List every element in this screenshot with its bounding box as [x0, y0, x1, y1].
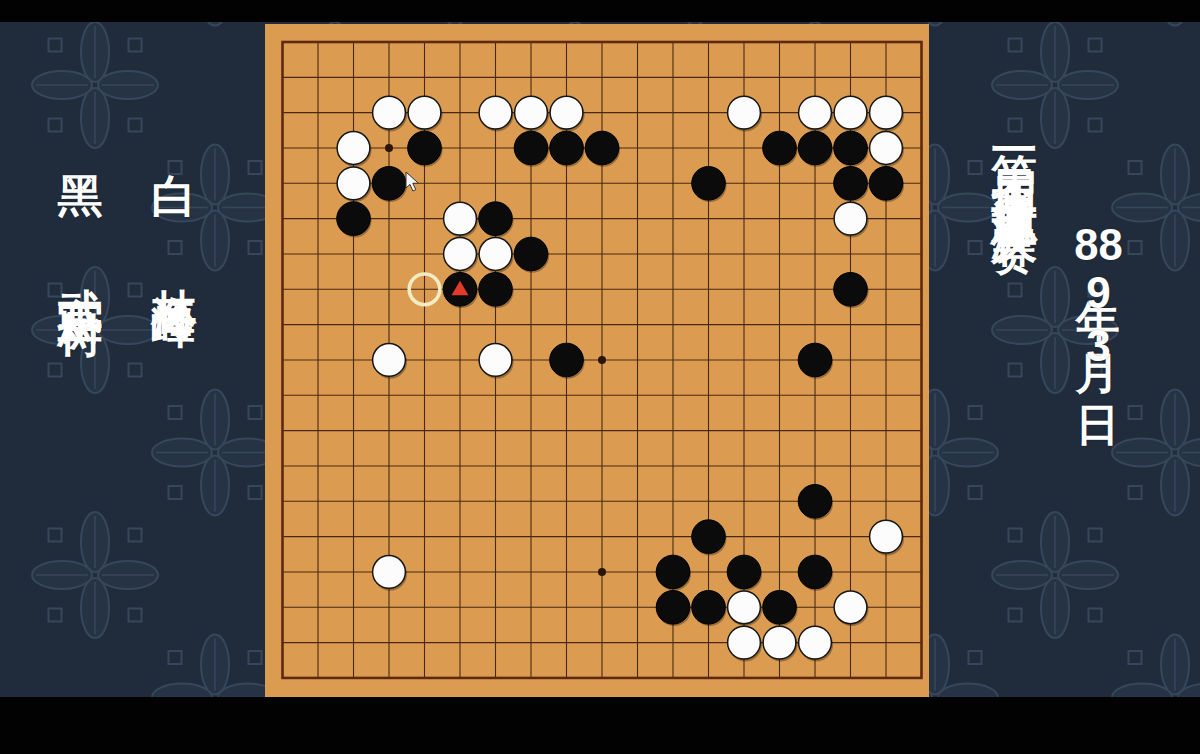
pattern-flower: [152, 390, 278, 516]
black-stone: [479, 273, 513, 307]
black-stone: [337, 202, 371, 236]
black-stone: [514, 237, 548, 271]
black-stone: [692, 167, 726, 201]
mouse-cursor-icon: [405, 171, 423, 195]
black-stone: [798, 131, 832, 165]
white-stone: [337, 132, 370, 165]
white-stone: [870, 132, 903, 165]
black-stone: [479, 202, 513, 236]
white-stone: [373, 556, 406, 589]
event-date-part: 9: [1074, 268, 1123, 319]
black-stone: [692, 590, 726, 624]
white-stone: [550, 96, 583, 129]
white-stone: [444, 202, 477, 235]
white-stone: [479, 96, 512, 129]
black-stone: [656, 555, 690, 589]
letterbox-bottom: [0, 697, 1200, 754]
black-stone: [585, 131, 619, 165]
black-stone: [550, 131, 584, 165]
white-stone: [408, 96, 441, 129]
pattern-flower: [992, 512, 1118, 638]
black-stone: [834, 167, 868, 201]
black-stone: [763, 131, 797, 165]
black-stone: [798, 555, 832, 589]
white-stone: [834, 202, 867, 235]
black-stone: [514, 131, 548, 165]
white-player-name: 林海峰: [144, 252, 204, 276]
event-date-part: 日: [1074, 372, 1123, 374]
black-stone: [692, 520, 726, 554]
black-stone: [798, 343, 832, 377]
black-stone: [798, 484, 832, 518]
black-stone: [727, 555, 761, 589]
scene-background: 黑 武宫正树 白 林海峰 第一届富士通杯决赛 88年9月3日: [0, 22, 1200, 697]
letterbox-top: [0, 0, 1200, 22]
event-date: 88年9月3日: [1069, 222, 1128, 374]
event-date-part: 88: [1074, 222, 1123, 266]
pattern-flower: [152, 635, 278, 698]
black-player-name: 武宫正树: [50, 252, 110, 284]
white-stone: [373, 96, 406, 129]
white-stone: [444, 238, 477, 271]
pattern-flower: [1112, 22, 1200, 26]
white-stone: [728, 591, 761, 624]
white-stone: [337, 167, 370, 200]
white-stone: [728, 626, 761, 659]
star-point: [385, 144, 393, 152]
pattern-flower: [32, 267, 158, 393]
white-stone: [479, 238, 512, 271]
star-point: [598, 356, 606, 364]
black-stone: [834, 131, 868, 165]
white-stone: [373, 344, 406, 377]
white-stone: [799, 96, 832, 129]
black-stone: [372, 167, 406, 201]
pattern-flower: [32, 512, 158, 638]
pattern-flower: [1112, 390, 1200, 516]
white-stone: [799, 626, 832, 659]
white-stone: [763, 626, 796, 659]
white-stone: [728, 96, 761, 129]
white-stone: [870, 520, 903, 553]
black-stone: [656, 590, 690, 624]
pattern-flower: [32, 22, 158, 148]
star-point: [598, 568, 606, 576]
white-stone: [515, 96, 548, 129]
black-stone: [834, 273, 868, 307]
black-stone: [763, 590, 797, 624]
white-stone: [834, 96, 867, 129]
pattern-flower: [152, 22, 278, 26]
white-stone: [834, 591, 867, 624]
event-date-part: 3: [1074, 321, 1123, 372]
white-stone: [479, 344, 512, 377]
black-stone: [550, 343, 584, 377]
black-stone: [408, 131, 442, 165]
go-board[interactable]: [265, 24, 929, 697]
white-stone: [870, 96, 903, 129]
pattern-flower: [1112, 635, 1200, 698]
event-title: 第一届富士通杯决赛: [984, 117, 1046, 198]
black-stone: [869, 167, 903, 201]
go-board-grid: [265, 24, 929, 697]
